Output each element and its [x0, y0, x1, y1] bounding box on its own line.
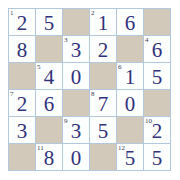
cell-digit: 7 — [98, 92, 109, 115]
grid-cell-r2c1[interactable]: 8 — [9, 36, 36, 63]
grid-cell-r5c4[interactable]: 5 — [90, 117, 117, 144]
grid-cell-r3c5[interactable]: 61 — [117, 63, 144, 90]
cell-digit: 5 — [125, 146, 136, 169]
blocked-cell-r6c4 — [90, 144, 117, 171]
grid-cell-r1c1[interactable]: 12 — [9, 9, 36, 36]
grid-cell-r4c2[interactable]: 6 — [36, 90, 63, 117]
grid-cell-r2c6[interactable]: 46 — [144, 36, 171, 63]
cell-digit: 5 — [152, 146, 163, 169]
blocked-cell-r6c1 — [9, 144, 36, 171]
clue-number: 1 — [10, 9, 14, 17]
grid-cell-r5c3[interactable]: 93 — [63, 117, 90, 144]
grid-cell-r3c2[interactable]: 54 — [36, 63, 63, 90]
puzzle-grid: 125216833246540615726870393510211801255 — [8, 8, 171, 171]
blocked-cell-r1c3 — [63, 9, 90, 36]
cell-digit: 6 — [152, 38, 163, 61]
grid-cell-r2c4[interactable]: 2 — [90, 36, 117, 63]
cell-digit: 6 — [125, 11, 136, 34]
grid-cell-r5c1[interactable]: 3 — [9, 117, 36, 144]
cell-digit: 3 — [17, 119, 28, 142]
puzzle-board: 125216833246540615726870393510211801255 — [8, 8, 171, 171]
clue-number: 11 — [37, 144, 44, 152]
blocked-cell-r3c1 — [9, 63, 36, 90]
grid-cell-r6c5[interactable]: 125 — [117, 144, 144, 171]
cell-digit: 0 — [71, 146, 82, 169]
cell-digit: 1 — [125, 65, 136, 88]
cell-digit: 6 — [44, 92, 55, 115]
grid-cell-r3c3[interactable]: 0 — [63, 63, 90, 90]
cell-digit: 2 — [98, 38, 109, 61]
blocked-cell-r3c4 — [90, 63, 117, 90]
cell-digit: 2 — [17, 92, 28, 115]
clue-number: 2 — [91, 9, 95, 17]
clue-number: 3 — [64, 36, 68, 44]
blocked-cell-r5c2 — [36, 117, 63, 144]
cell-digit: 2 — [17, 11, 28, 34]
cell-digit: 5 — [152, 65, 163, 88]
clue-number: 12 — [118, 144, 125, 152]
grid-cell-r6c3[interactable]: 0 — [63, 144, 90, 171]
clue-number: 10 — [145, 117, 152, 125]
grid-cell-r4c4[interactable]: 87 — [90, 90, 117, 117]
cell-digit: 3 — [71, 38, 82, 61]
blocked-cell-r4c3 — [63, 90, 90, 117]
blocked-cell-r5c5 — [117, 117, 144, 144]
grid-cell-r3c6[interactable]: 5 — [144, 63, 171, 90]
clue-number: 7 — [10, 90, 14, 98]
cell-digit: 2 — [152, 119, 163, 142]
blocked-cell-r4c6 — [144, 90, 171, 117]
blocked-cell-r2c2 — [36, 36, 63, 63]
clue-number: 9 — [64, 117, 68, 125]
clue-number: 4 — [145, 36, 149, 44]
grid-cell-r1c2[interactable]: 5 — [36, 9, 63, 36]
grid-cell-r1c4[interactable]: 21 — [90, 9, 117, 36]
cell-digit: 4 — [44, 65, 55, 88]
cell-digit: 8 — [17, 38, 28, 61]
cell-digit: 5 — [98, 119, 109, 142]
cell-digit: 0 — [71, 65, 82, 88]
grid-cell-r6c6[interactable]: 5 — [144, 144, 171, 171]
grid-cell-r1c5[interactable]: 6 — [117, 9, 144, 36]
blocked-cell-r1c6 — [144, 9, 171, 36]
blocked-cell-r2c5 — [117, 36, 144, 63]
grid-cell-r4c5[interactable]: 0 — [117, 90, 144, 117]
grid-cell-r6c2[interactable]: 118 — [36, 144, 63, 171]
clue-number: 5 — [37, 63, 41, 71]
cell-digit: 3 — [71, 119, 82, 142]
grid-cell-r5c6[interactable]: 102 — [144, 117, 171, 144]
cell-digit: 0 — [125, 92, 136, 115]
grid-cell-r4c1[interactable]: 72 — [9, 90, 36, 117]
cell-digit: 1 — [98, 11, 109, 34]
clue-number: 8 — [91, 90, 95, 98]
cell-digit: 8 — [44, 146, 55, 169]
cell-digit: 5 — [44, 11, 55, 34]
grid-cell-r2c3[interactable]: 33 — [63, 36, 90, 63]
clue-number: 6 — [118, 63, 122, 71]
